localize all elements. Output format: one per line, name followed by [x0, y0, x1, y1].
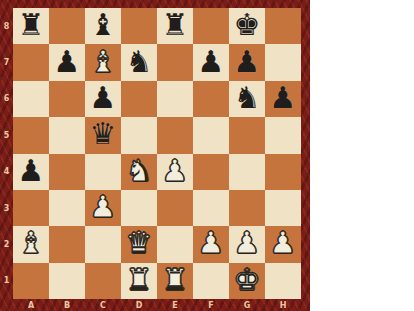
- black-bishop: ♝: [90, 10, 117, 40]
- square-d1[interactable]: ♜: [121, 263, 157, 299]
- square-a6[interactable]: [13, 81, 49, 117]
- square-g8[interactable]: ♚: [229, 8, 265, 44]
- squares-grid: ♜♝♜♚♟♝♞♟♟♟♞♟♛♟♞♟♟♝♛♟♟♟♜♜♚: [13, 8, 301, 299]
- rank-label-3: 3: [0, 190, 13, 226]
- square-e1[interactable]: ♜: [157, 263, 193, 299]
- square-h1[interactable]: [265, 263, 301, 299]
- white-rook: ♜: [126, 265, 153, 295]
- black-knight: ♞: [126, 47, 153, 77]
- file-label-c: C: [85, 299, 121, 311]
- file-labels: ABCDEFGH: [13, 299, 301, 311]
- square-f3[interactable]: [193, 190, 229, 226]
- black-knight: ♞: [234, 83, 261, 113]
- black-pawn: ♟: [198, 47, 225, 77]
- black-rook: ♜: [18, 10, 45, 40]
- file-label-g: G: [229, 299, 265, 311]
- square-f1[interactable]: [193, 263, 229, 299]
- black-queen: ♛: [90, 119, 117, 149]
- square-d4[interactable]: ♞: [121, 154, 157, 190]
- square-c1[interactable]: [85, 263, 121, 299]
- file-label-e: E: [157, 299, 193, 311]
- square-b3[interactable]: [49, 190, 85, 226]
- square-g7[interactable]: ♟: [229, 44, 265, 80]
- black-king: ♚: [234, 10, 261, 40]
- square-e7[interactable]: [157, 44, 193, 80]
- square-a4[interactable]: ♟: [13, 154, 49, 190]
- black-rook: ♜: [162, 10, 189, 40]
- square-a8[interactable]: ♜: [13, 8, 49, 44]
- rank-labels: 87654321: [0, 8, 13, 299]
- square-a5[interactable]: [13, 117, 49, 153]
- white-bishop: ♝: [18, 228, 45, 258]
- square-g4[interactable]: [229, 154, 265, 190]
- square-b7[interactable]: ♟: [49, 44, 85, 80]
- square-f8[interactable]: [193, 8, 229, 44]
- square-g1[interactable]: ♚: [229, 263, 265, 299]
- rank-label-5: 5: [0, 117, 13, 153]
- file-label-d: D: [121, 299, 157, 311]
- square-f7[interactable]: ♟: [193, 44, 229, 80]
- square-c6[interactable]: ♟: [85, 81, 121, 117]
- square-h5[interactable]: [265, 117, 301, 153]
- square-h2[interactable]: ♟: [265, 226, 301, 262]
- black-pawn: ♟: [18, 156, 45, 186]
- square-h7[interactable]: [265, 44, 301, 80]
- square-b1[interactable]: [49, 263, 85, 299]
- square-f2[interactable]: ♟: [193, 226, 229, 262]
- rank-label-6: 6: [0, 81, 13, 117]
- white-queen: ♛: [126, 228, 153, 258]
- square-h4[interactable]: [265, 154, 301, 190]
- white-knight: ♞: [126, 156, 153, 186]
- white-bishop: ♝: [90, 47, 117, 77]
- square-c3[interactable]: ♟: [85, 190, 121, 226]
- file-label-f: F: [193, 299, 229, 311]
- rank-label-8: 8: [0, 8, 13, 44]
- square-g6[interactable]: ♞: [229, 81, 265, 117]
- white-pawn: ♟: [270, 228, 297, 258]
- square-c7[interactable]: ♝: [85, 44, 121, 80]
- square-e6[interactable]: [157, 81, 193, 117]
- square-d5[interactable]: [121, 117, 157, 153]
- square-b2[interactable]: [49, 226, 85, 262]
- white-pawn: ♟: [90, 192, 117, 222]
- white-pawn: ♟: [234, 228, 261, 258]
- square-a3[interactable]: [13, 190, 49, 226]
- black-pawn: ♟: [270, 83, 297, 113]
- screenshot-root: 87654321 ♜♝♜♚♟♝♞♟♟♟♞♟♛♟♞♟♟♝♛♟♟♟♜♜♚ ABCDE…: [0, 0, 414, 311]
- square-c8[interactable]: ♝: [85, 8, 121, 44]
- black-pawn: ♟: [54, 47, 81, 77]
- white-pawn: ♟: [198, 228, 225, 258]
- square-c2[interactable]: [85, 226, 121, 262]
- file-label-h: H: [265, 299, 301, 311]
- square-h3[interactable]: [265, 190, 301, 226]
- square-b8[interactable]: [49, 8, 85, 44]
- file-label-b: B: [49, 299, 85, 311]
- file-label-a: A: [13, 299, 49, 311]
- square-e2[interactable]: [157, 226, 193, 262]
- square-d3[interactable]: [121, 190, 157, 226]
- square-a2[interactable]: ♝: [13, 226, 49, 262]
- white-pawn: ♟: [162, 156, 189, 186]
- rank-label-4: 4: [0, 154, 13, 190]
- chess-board: 87654321 ♜♝♜♚♟♝♞♟♟♟♞♟♛♟♞♟♟♝♛♟♟♟♜♜♚ ABCDE…: [0, 0, 310, 311]
- square-e4[interactable]: ♟: [157, 154, 193, 190]
- black-pawn: ♟: [90, 83, 117, 113]
- square-e3[interactable]: [157, 190, 193, 226]
- square-a7[interactable]: [13, 44, 49, 80]
- square-d2[interactable]: ♛: [121, 226, 157, 262]
- square-f5[interactable]: [193, 117, 229, 153]
- square-h8[interactable]: [265, 8, 301, 44]
- rank-label-7: 7: [0, 44, 13, 80]
- square-b5[interactable]: [49, 117, 85, 153]
- square-f6[interactable]: [193, 81, 229, 117]
- white-rook: ♜: [162, 265, 189, 295]
- square-e5[interactable]: [157, 117, 193, 153]
- square-g3[interactable]: [229, 190, 265, 226]
- square-h6[interactable]: ♟: [265, 81, 301, 117]
- square-c4[interactable]: [85, 154, 121, 190]
- black-pawn: ♟: [234, 47, 261, 77]
- square-d7[interactable]: ♞: [121, 44, 157, 80]
- square-d6[interactable]: [121, 81, 157, 117]
- square-g5[interactable]: [229, 117, 265, 153]
- square-e8[interactable]: ♜: [157, 8, 193, 44]
- square-b4[interactable]: [49, 154, 85, 190]
- square-c5[interactable]: ♛: [85, 117, 121, 153]
- white-king: ♚: [234, 265, 261, 295]
- square-a1[interactable]: [13, 263, 49, 299]
- square-f4[interactable]: [193, 154, 229, 190]
- square-d8[interactable]: [121, 8, 157, 44]
- square-b6[interactable]: [49, 81, 85, 117]
- rank-label-2: 2: [0, 226, 13, 262]
- rank-label-1: 1: [0, 263, 13, 299]
- square-g2[interactable]: ♟: [229, 226, 265, 262]
